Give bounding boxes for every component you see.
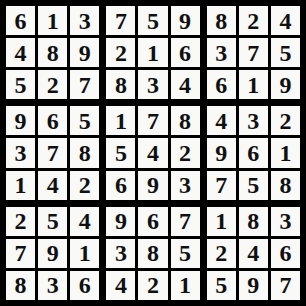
- cell-r4c2[interactable]: 6: [38, 106, 67, 135]
- cell-r5c7[interactable]: 9: [207, 138, 236, 167]
- cell-r3c4[interactable]: 8: [106, 70, 135, 99]
- box-3: 824375619: [207, 6, 300, 99]
- cell-r3c9[interactable]: 9: [271, 70, 300, 99]
- cell-r9c3[interactable]: 6: [70, 271, 99, 300]
- cell-r4c5[interactable]: 7: [138, 106, 167, 135]
- cell-r9c8[interactable]: 9: [239, 271, 268, 300]
- cell-r3c6[interactable]: 4: [171, 70, 200, 99]
- box-4: 965378142: [6, 106, 99, 199]
- cell-r5c4[interactable]: 5: [106, 138, 135, 167]
- cell-r1c7[interactable]: 8: [207, 6, 236, 35]
- cell-r6c4[interactable]: 6: [106, 171, 135, 200]
- cell-r7c6[interactable]: 7: [171, 207, 200, 236]
- cell-r5c8[interactable]: 6: [239, 138, 268, 167]
- cell-r1c4[interactable]: 7: [106, 6, 135, 35]
- box-1: 613489527: [6, 6, 99, 99]
- cell-r1c9[interactable]: 4: [271, 6, 300, 35]
- cell-r4c1[interactable]: 9: [6, 106, 35, 135]
- cell-r7c3[interactable]: 4: [70, 207, 99, 236]
- box-2: 759216834: [106, 6, 199, 99]
- cell-r7c1[interactable]: 2: [6, 207, 35, 236]
- cell-r3c7[interactable]: 6: [207, 70, 236, 99]
- cell-r2c9[interactable]: 5: [271, 38, 300, 67]
- cell-r1c6[interactable]: 9: [171, 6, 200, 35]
- cell-r3c8[interactable]: 1: [239, 70, 268, 99]
- cell-r7c9[interactable]: 3: [271, 207, 300, 236]
- cell-r6c6[interactable]: 3: [171, 171, 200, 200]
- cell-r3c1[interactable]: 5: [6, 70, 35, 99]
- sudoku-board: 6134895277592168348243756199653781421785…: [0, 0, 306, 306]
- cell-r4c9[interactable]: 2: [271, 106, 300, 135]
- cell-r9c4[interactable]: 4: [106, 271, 135, 300]
- cell-r5c3[interactable]: 8: [70, 138, 99, 167]
- cell-r6c9[interactable]: 8: [271, 171, 300, 200]
- cell-r2c1[interactable]: 4: [6, 38, 35, 67]
- cell-r6c5[interactable]: 9: [138, 171, 167, 200]
- cell-r9c9[interactable]: 7: [271, 271, 300, 300]
- cell-r8c4[interactable]: 3: [106, 239, 135, 268]
- cell-r9c1[interactable]: 8: [6, 271, 35, 300]
- cell-r1c3[interactable]: 3: [70, 6, 99, 35]
- cell-r8c3[interactable]: 1: [70, 239, 99, 268]
- cell-r6c3[interactable]: 2: [70, 171, 99, 200]
- cell-r4c4[interactable]: 1: [106, 106, 135, 135]
- cell-r9c5[interactable]: 2: [138, 271, 167, 300]
- cell-r8c7[interactable]: 2: [207, 239, 236, 268]
- cell-r5c2[interactable]: 7: [38, 138, 67, 167]
- cell-r1c2[interactable]: 1: [38, 6, 67, 35]
- cell-r5c5[interactable]: 4: [138, 138, 167, 167]
- cell-r7c4[interactable]: 9: [106, 207, 135, 236]
- cell-r3c2[interactable]: 2: [38, 70, 67, 99]
- cell-r5c1[interactable]: 3: [6, 138, 35, 167]
- cell-r9c7[interactable]: 5: [207, 271, 236, 300]
- cell-r2c8[interactable]: 7: [239, 38, 268, 67]
- box-9: 183246597: [207, 207, 300, 300]
- cell-r9c2[interactable]: 3: [38, 271, 67, 300]
- cell-r7c7[interactable]: 1: [207, 207, 236, 236]
- cell-r8c2[interactable]: 9: [38, 239, 67, 268]
- cell-r7c5[interactable]: 6: [138, 207, 167, 236]
- cell-r6c7[interactable]: 7: [207, 171, 236, 200]
- cell-r7c8[interactable]: 8: [239, 207, 268, 236]
- cell-r8c1[interactable]: 7: [6, 239, 35, 268]
- cell-r3c3[interactable]: 7: [70, 70, 99, 99]
- cell-r9c6[interactable]: 1: [171, 271, 200, 300]
- cell-r4c3[interactable]: 5: [70, 106, 99, 135]
- cell-r4c7[interactable]: 4: [207, 106, 236, 135]
- cell-r2c7[interactable]: 3: [207, 38, 236, 67]
- cell-r8c8[interactable]: 4: [239, 239, 268, 268]
- cell-r6c1[interactable]: 1: [6, 171, 35, 200]
- cell-r6c8[interactable]: 5: [239, 171, 268, 200]
- cell-r8c5[interactable]: 8: [138, 239, 167, 268]
- box-7: 254791836: [6, 207, 99, 300]
- cell-r7c2[interactable]: 5: [38, 207, 67, 236]
- cell-r1c5[interactable]: 5: [138, 6, 167, 35]
- cell-r6c2[interactable]: 4: [38, 171, 67, 200]
- cell-r5c9[interactable]: 1: [271, 138, 300, 167]
- cell-r2c4[interactable]: 2: [106, 38, 135, 67]
- box-5: 178542693: [106, 106, 199, 199]
- cell-r1c8[interactable]: 2: [239, 6, 268, 35]
- cell-r8c6[interactable]: 5: [171, 239, 200, 268]
- cell-r3c5[interactable]: 3: [138, 70, 167, 99]
- cell-r2c2[interactable]: 8: [38, 38, 67, 67]
- cell-r1c1[interactable]: 6: [6, 6, 35, 35]
- cell-r2c3[interactable]: 9: [70, 38, 99, 67]
- cell-r2c6[interactable]: 6: [171, 38, 200, 67]
- cell-r8c9[interactable]: 6: [271, 239, 300, 268]
- cell-r4c6[interactable]: 8: [171, 106, 200, 135]
- cell-r2c5[interactable]: 1: [138, 38, 167, 67]
- cell-r4c8[interactable]: 3: [239, 106, 268, 135]
- box-6: 432961758: [207, 106, 300, 199]
- box-8: 967385421: [106, 207, 199, 300]
- cell-r5c6[interactable]: 2: [171, 138, 200, 167]
